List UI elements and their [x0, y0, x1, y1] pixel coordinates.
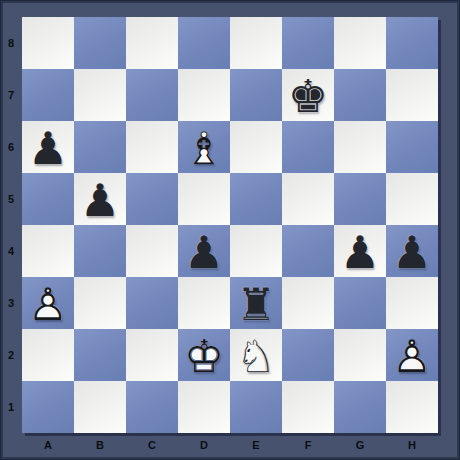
black-rook-glyph: ♜ — [230, 278, 282, 330]
square-a3[interactable]: ♟♙ — [22, 277, 74, 329]
piece-black-pawn: ♟ — [178, 225, 230, 277]
white-bishop-outline: ♗ — [178, 122, 230, 174]
file-label-d: D — [178, 433, 230, 460]
black-pawn-glyph: ♟ — [178, 226, 230, 278]
square-d5[interactable] — [178, 173, 230, 225]
rank-label-6: 6 — [0, 121, 22, 173]
rank-label-7: 7 — [0, 69, 22, 121]
piece-black-rook: ♜ — [230, 277, 282, 329]
rank-label-5: 5 — [0, 173, 22, 225]
square-h6[interactable] — [386, 121, 438, 173]
square-d1[interactable] — [178, 381, 230, 433]
square-d4[interactable]: ♟ — [178, 225, 230, 277]
black-pawn-glyph: ♟ — [22, 122, 74, 174]
white-knight-outline: ♘ — [230, 330, 282, 382]
piece-white-pawn: ♟♙ — [386, 329, 438, 381]
square-g6[interactable] — [334, 121, 386, 173]
square-h1[interactable] — [386, 381, 438, 433]
square-e3[interactable]: ♜ — [230, 277, 282, 329]
white-pawn-outline: ♙ — [22, 278, 74, 330]
file-label-a: A — [22, 433, 74, 460]
square-h4[interactable]: ♟ — [386, 225, 438, 277]
square-a4[interactable] — [22, 225, 74, 277]
square-b7[interactable] — [74, 69, 126, 121]
black-pawn-glyph: ♟ — [334, 226, 386, 278]
square-h7[interactable] — [386, 69, 438, 121]
piece-white-king: ♚♔ — [178, 329, 230, 381]
rank-label-8: 8 — [0, 17, 22, 69]
white-pawn-outline: ♙ — [386, 330, 438, 382]
square-b2[interactable] — [74, 329, 126, 381]
board-frame: 87654321 ♚♟♝♗♟♟♟♟♟♙♜♚♔♞♘♟♙ ABCDEFGH — [0, 0, 460, 460]
square-g7[interactable] — [334, 69, 386, 121]
square-c5[interactable] — [126, 173, 178, 225]
square-f4[interactable] — [282, 225, 334, 277]
square-f7[interactable]: ♚ — [282, 69, 334, 121]
square-d3[interactable] — [178, 277, 230, 329]
square-d7[interactable] — [178, 69, 230, 121]
square-e5[interactable] — [230, 173, 282, 225]
square-f5[interactable] — [282, 173, 334, 225]
square-a1[interactable] — [22, 381, 74, 433]
square-e6[interactable] — [230, 121, 282, 173]
square-g2[interactable] — [334, 329, 386, 381]
square-a7[interactable] — [22, 69, 74, 121]
piece-black-pawn: ♟ — [74, 173, 126, 225]
square-c3[interactable] — [126, 277, 178, 329]
square-a2[interactable] — [22, 329, 74, 381]
square-e1[interactable] — [230, 381, 282, 433]
square-c4[interactable] — [126, 225, 178, 277]
square-g5[interactable] — [334, 173, 386, 225]
square-d6[interactable]: ♝♗ — [178, 121, 230, 173]
chess-board: ♚♟♝♗♟♟♟♟♟♙♜♚♔♞♘♟♙ — [22, 17, 438, 433]
file-label-g: G — [334, 433, 386, 460]
square-b1[interactable] — [74, 381, 126, 433]
square-f2[interactable] — [282, 329, 334, 381]
square-f1[interactable] — [282, 381, 334, 433]
square-f3[interactable] — [282, 277, 334, 329]
piece-black-king: ♚ — [282, 69, 334, 121]
square-e8[interactable] — [230, 17, 282, 69]
square-g8[interactable] — [334, 17, 386, 69]
rank-label-3: 3 — [0, 277, 22, 329]
square-g1[interactable] — [334, 381, 386, 433]
square-e7[interactable] — [230, 69, 282, 121]
piece-white-bishop: ♝♗ — [178, 121, 230, 173]
square-c8[interactable] — [126, 17, 178, 69]
square-b5[interactable]: ♟ — [74, 173, 126, 225]
file-label-h: H — [386, 433, 438, 460]
square-b3[interactable] — [74, 277, 126, 329]
file-label-b: B — [74, 433, 126, 460]
square-h2[interactable]: ♟♙ — [386, 329, 438, 381]
square-b6[interactable] — [74, 121, 126, 173]
black-king-glyph: ♚ — [282, 70, 334, 122]
square-c7[interactable] — [126, 69, 178, 121]
file-label-e: E — [230, 433, 282, 460]
square-b4[interactable] — [74, 225, 126, 277]
square-h5[interactable] — [386, 173, 438, 225]
square-h8[interactable] — [386, 17, 438, 69]
square-b8[interactable] — [74, 17, 126, 69]
square-d8[interactable] — [178, 17, 230, 69]
square-a6[interactable]: ♟ — [22, 121, 74, 173]
square-e2[interactable]: ♞♘ — [230, 329, 282, 381]
square-f8[interactable] — [282, 17, 334, 69]
rank-label-2: 2 — [0, 329, 22, 381]
square-e4[interactable] — [230, 225, 282, 277]
square-d2[interactable]: ♚♔ — [178, 329, 230, 381]
square-c6[interactable] — [126, 121, 178, 173]
square-h3[interactable] — [386, 277, 438, 329]
piece-white-knight: ♞♘ — [230, 329, 282, 381]
rank-label-4: 4 — [0, 225, 22, 277]
rank-labels: 87654321 — [0, 17, 22, 433]
rank-label-1: 1 — [0, 381, 22, 433]
square-a8[interactable] — [22, 17, 74, 69]
square-a5[interactable] — [22, 173, 74, 225]
square-c1[interactable] — [126, 381, 178, 433]
piece-black-pawn: ♟ — [334, 225, 386, 277]
square-f6[interactable] — [282, 121, 334, 173]
square-c2[interactable] — [126, 329, 178, 381]
square-g4[interactable]: ♟ — [334, 225, 386, 277]
white-king-outline: ♔ — [178, 330, 230, 382]
piece-black-pawn: ♟ — [22, 121, 74, 173]
file-label-f: F — [282, 433, 334, 460]
file-labels: ABCDEFGH — [22, 433, 438, 460]
square-g3[interactable] — [334, 277, 386, 329]
black-pawn-glyph: ♟ — [74, 174, 126, 226]
piece-black-pawn: ♟ — [386, 225, 438, 277]
file-label-c: C — [126, 433, 178, 460]
piece-white-pawn: ♟♙ — [22, 277, 74, 329]
black-pawn-glyph: ♟ — [386, 226, 438, 278]
